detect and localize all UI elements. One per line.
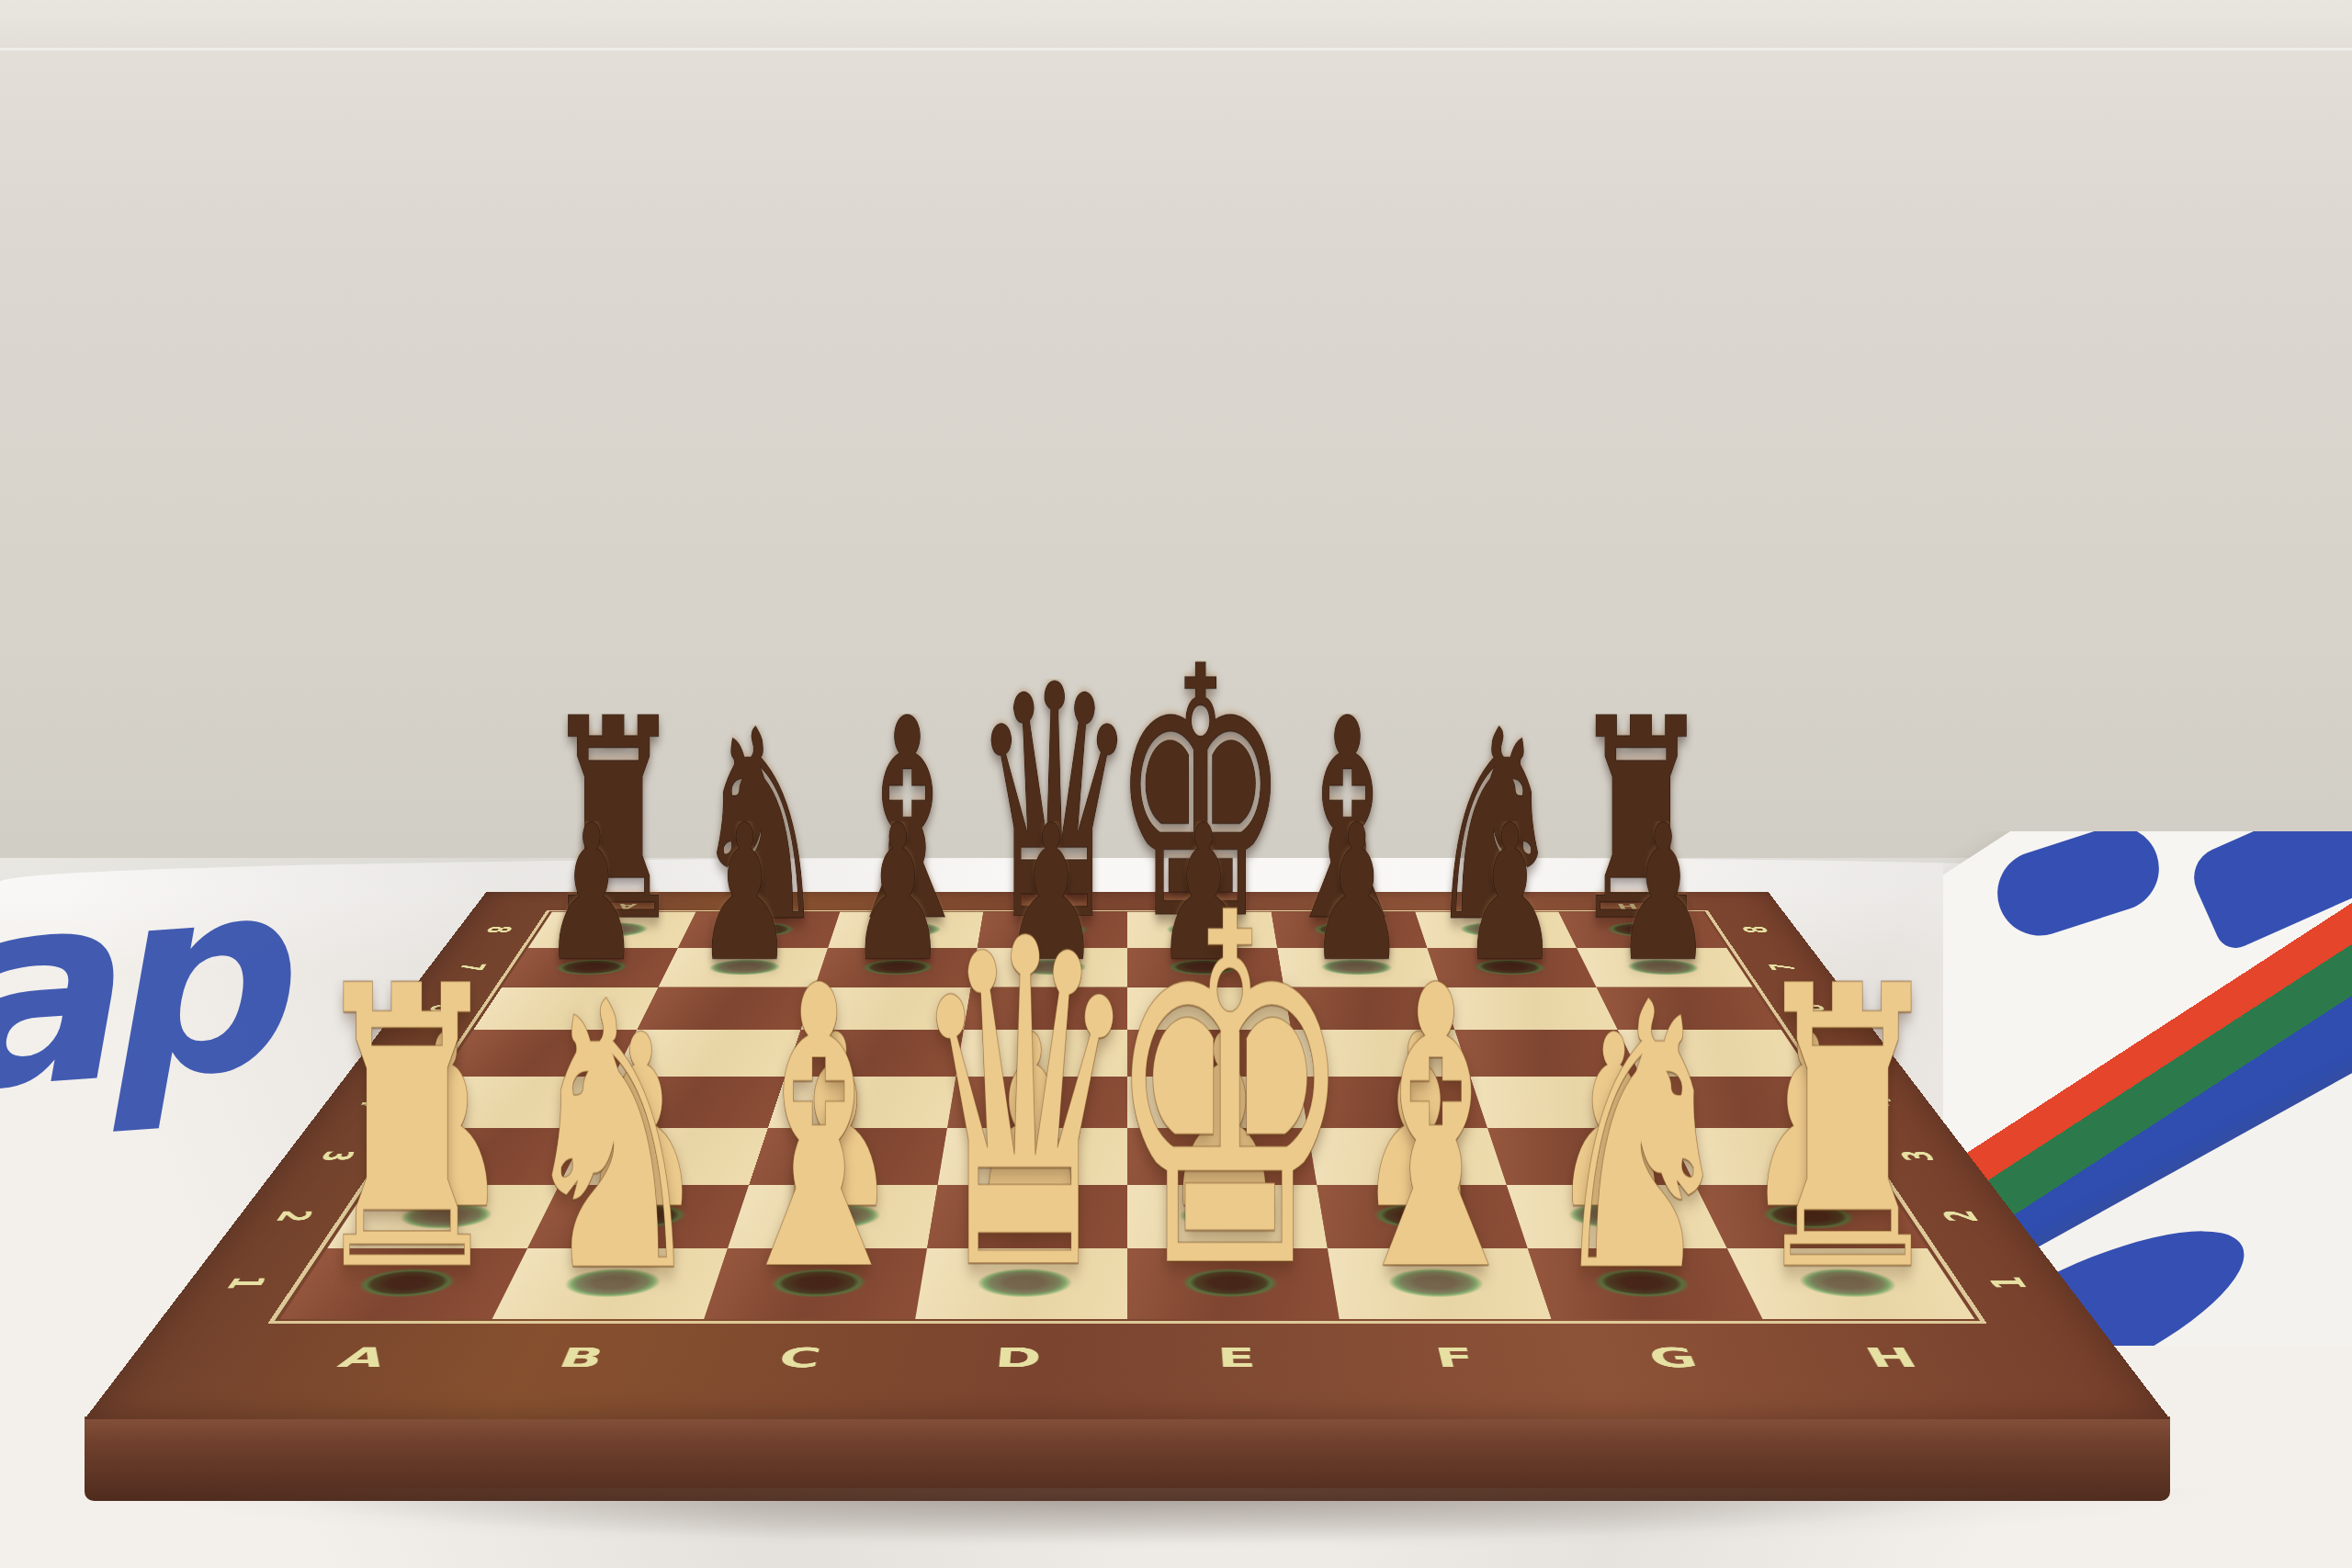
coordinate-label: 6	[421, 1004, 465, 1012]
coordinate-label: C	[903, 902, 923, 911]
coordinate-label: G	[1644, 1342, 1702, 1373]
white-king[interactable]: ♚	[1104, 906, 1356, 1283]
scene: ap ♜♞♝♛♚♝♞♜♟♟♟♟♟♟♟♟♟♟♟♟♟♟♟♟♜♞♝♛♚♝♞♜ ABCD…	[0, 0, 2352, 1568]
white-rook[interactable]: ♜	[1747, 979, 1949, 1282]
square-a1[interactable]: ♜	[280, 1248, 527, 1319]
coordinate-label: G	[1473, 902, 1497, 911]
cloth-fold-shadow	[0, 1488, 2352, 1568]
file-labels-front: ABCDEFGH	[213, 1319, 2041, 1419]
coordinate-label: 4	[1854, 1097, 1904, 1107]
coordinate-label: 8	[479, 926, 519, 932]
square-c1[interactable]: ♝	[704, 1248, 927, 1319]
white-bishop[interactable]: ♝	[718, 979, 920, 1282]
coordinate-label: D	[993, 1342, 1043, 1373]
coordinate-label: H	[1860, 1342, 1925, 1373]
coordinate-label: 4	[351, 1097, 401, 1107]
coordinate-label: 1	[217, 1276, 277, 1290]
square-d1[interactable]: ♛	[915, 1248, 1127, 1319]
square-f1[interactable]: ♝	[1328, 1248, 1551, 1319]
coordinate-label: 8	[1736, 926, 1776, 932]
coordinate-label: 3	[311, 1150, 363, 1161]
square-b1[interactable]: ♞	[492, 1248, 727, 1319]
coordinate-label: 7	[451, 964, 493, 971]
wall-ceiling-line	[0, 48, 2352, 51]
coordinate-label: C	[775, 1342, 824, 1373]
white-knight[interactable]: ♞	[517, 996, 708, 1282]
coordinate-label: 5	[1820, 1048, 1867, 1057]
coordinate-label: F	[1432, 1342, 1478, 1373]
square-g1[interactable]: ♞	[1527, 1248, 1762, 1319]
white-bishop[interactable]: ♝	[1335, 979, 1537, 1282]
coordinate-label: 2	[266, 1210, 322, 1222]
coordinate-label: 1	[1979, 1276, 2039, 1290]
board-frame: ♜♞♝♛♚♝♞♜♟♟♟♟♟♟♟♟♟♟♟♟♟♟♟♟♜♞♝♛♚♝♞♜ ABCDEFG…	[85, 892, 2170, 1419]
coordinate-label: F	[1332, 902, 1351, 911]
chess-board: ♜♞♝♛♚♝♞♜♟♟♟♟♟♟♟♟♟♟♟♟♟♟♟♟♜♞♝♛♚♝♞♜ ABCDEFG…	[85, 892, 2170, 1419]
coordinate-label: A	[333, 1342, 394, 1373]
white-knight[interactable]: ♞	[1546, 996, 1737, 1282]
coordinate-label: 3	[1892, 1150, 1944, 1161]
coordinate-label: 5	[388, 1048, 435, 1057]
coordinate-label: E	[1190, 902, 1207, 911]
coordinate-label: 2	[1933, 1210, 1988, 1222]
coordinate-label: B	[553, 1342, 609, 1373]
board-squares: ♜♞♝♛♚♝♞♜♟♟♟♟♟♟♟♟♟♟♟♟♟♟♟♟♜♞♝♛♚♝♞♜	[280, 912, 1975, 1319]
white-rook[interactable]: ♜	[306, 979, 508, 1282]
square-h1[interactable]: ♜	[1727, 1248, 1974, 1319]
coordinate-label: D	[1046, 902, 1067, 911]
coordinate-label: B	[759, 902, 781, 911]
square-e1[interactable]: ♚	[1127, 1248, 1340, 1319]
coordinate-label: 6	[1790, 1004, 1834, 1012]
coordinate-label: 7	[1761, 964, 1804, 971]
coordinate-label: E	[1216, 1342, 1258, 1373]
